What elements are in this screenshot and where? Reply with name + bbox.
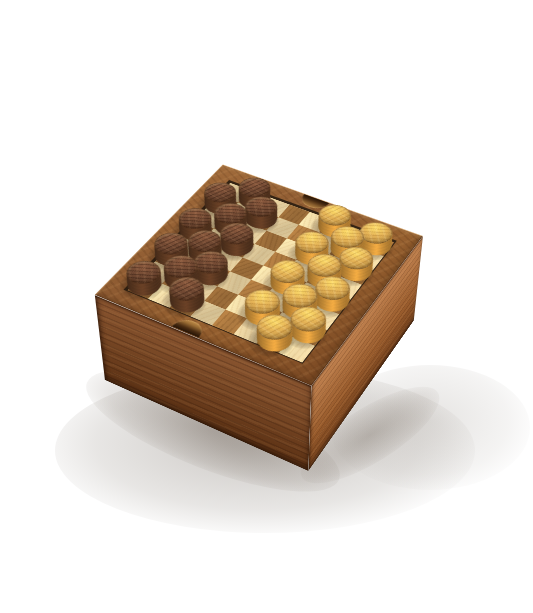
photo-canvas: Overhead-angle product photo of a handcr…: [0, 0, 533, 613]
scene-3d: [0, 0, 533, 613]
wooden-checkers-box: [95, 165, 423, 386]
